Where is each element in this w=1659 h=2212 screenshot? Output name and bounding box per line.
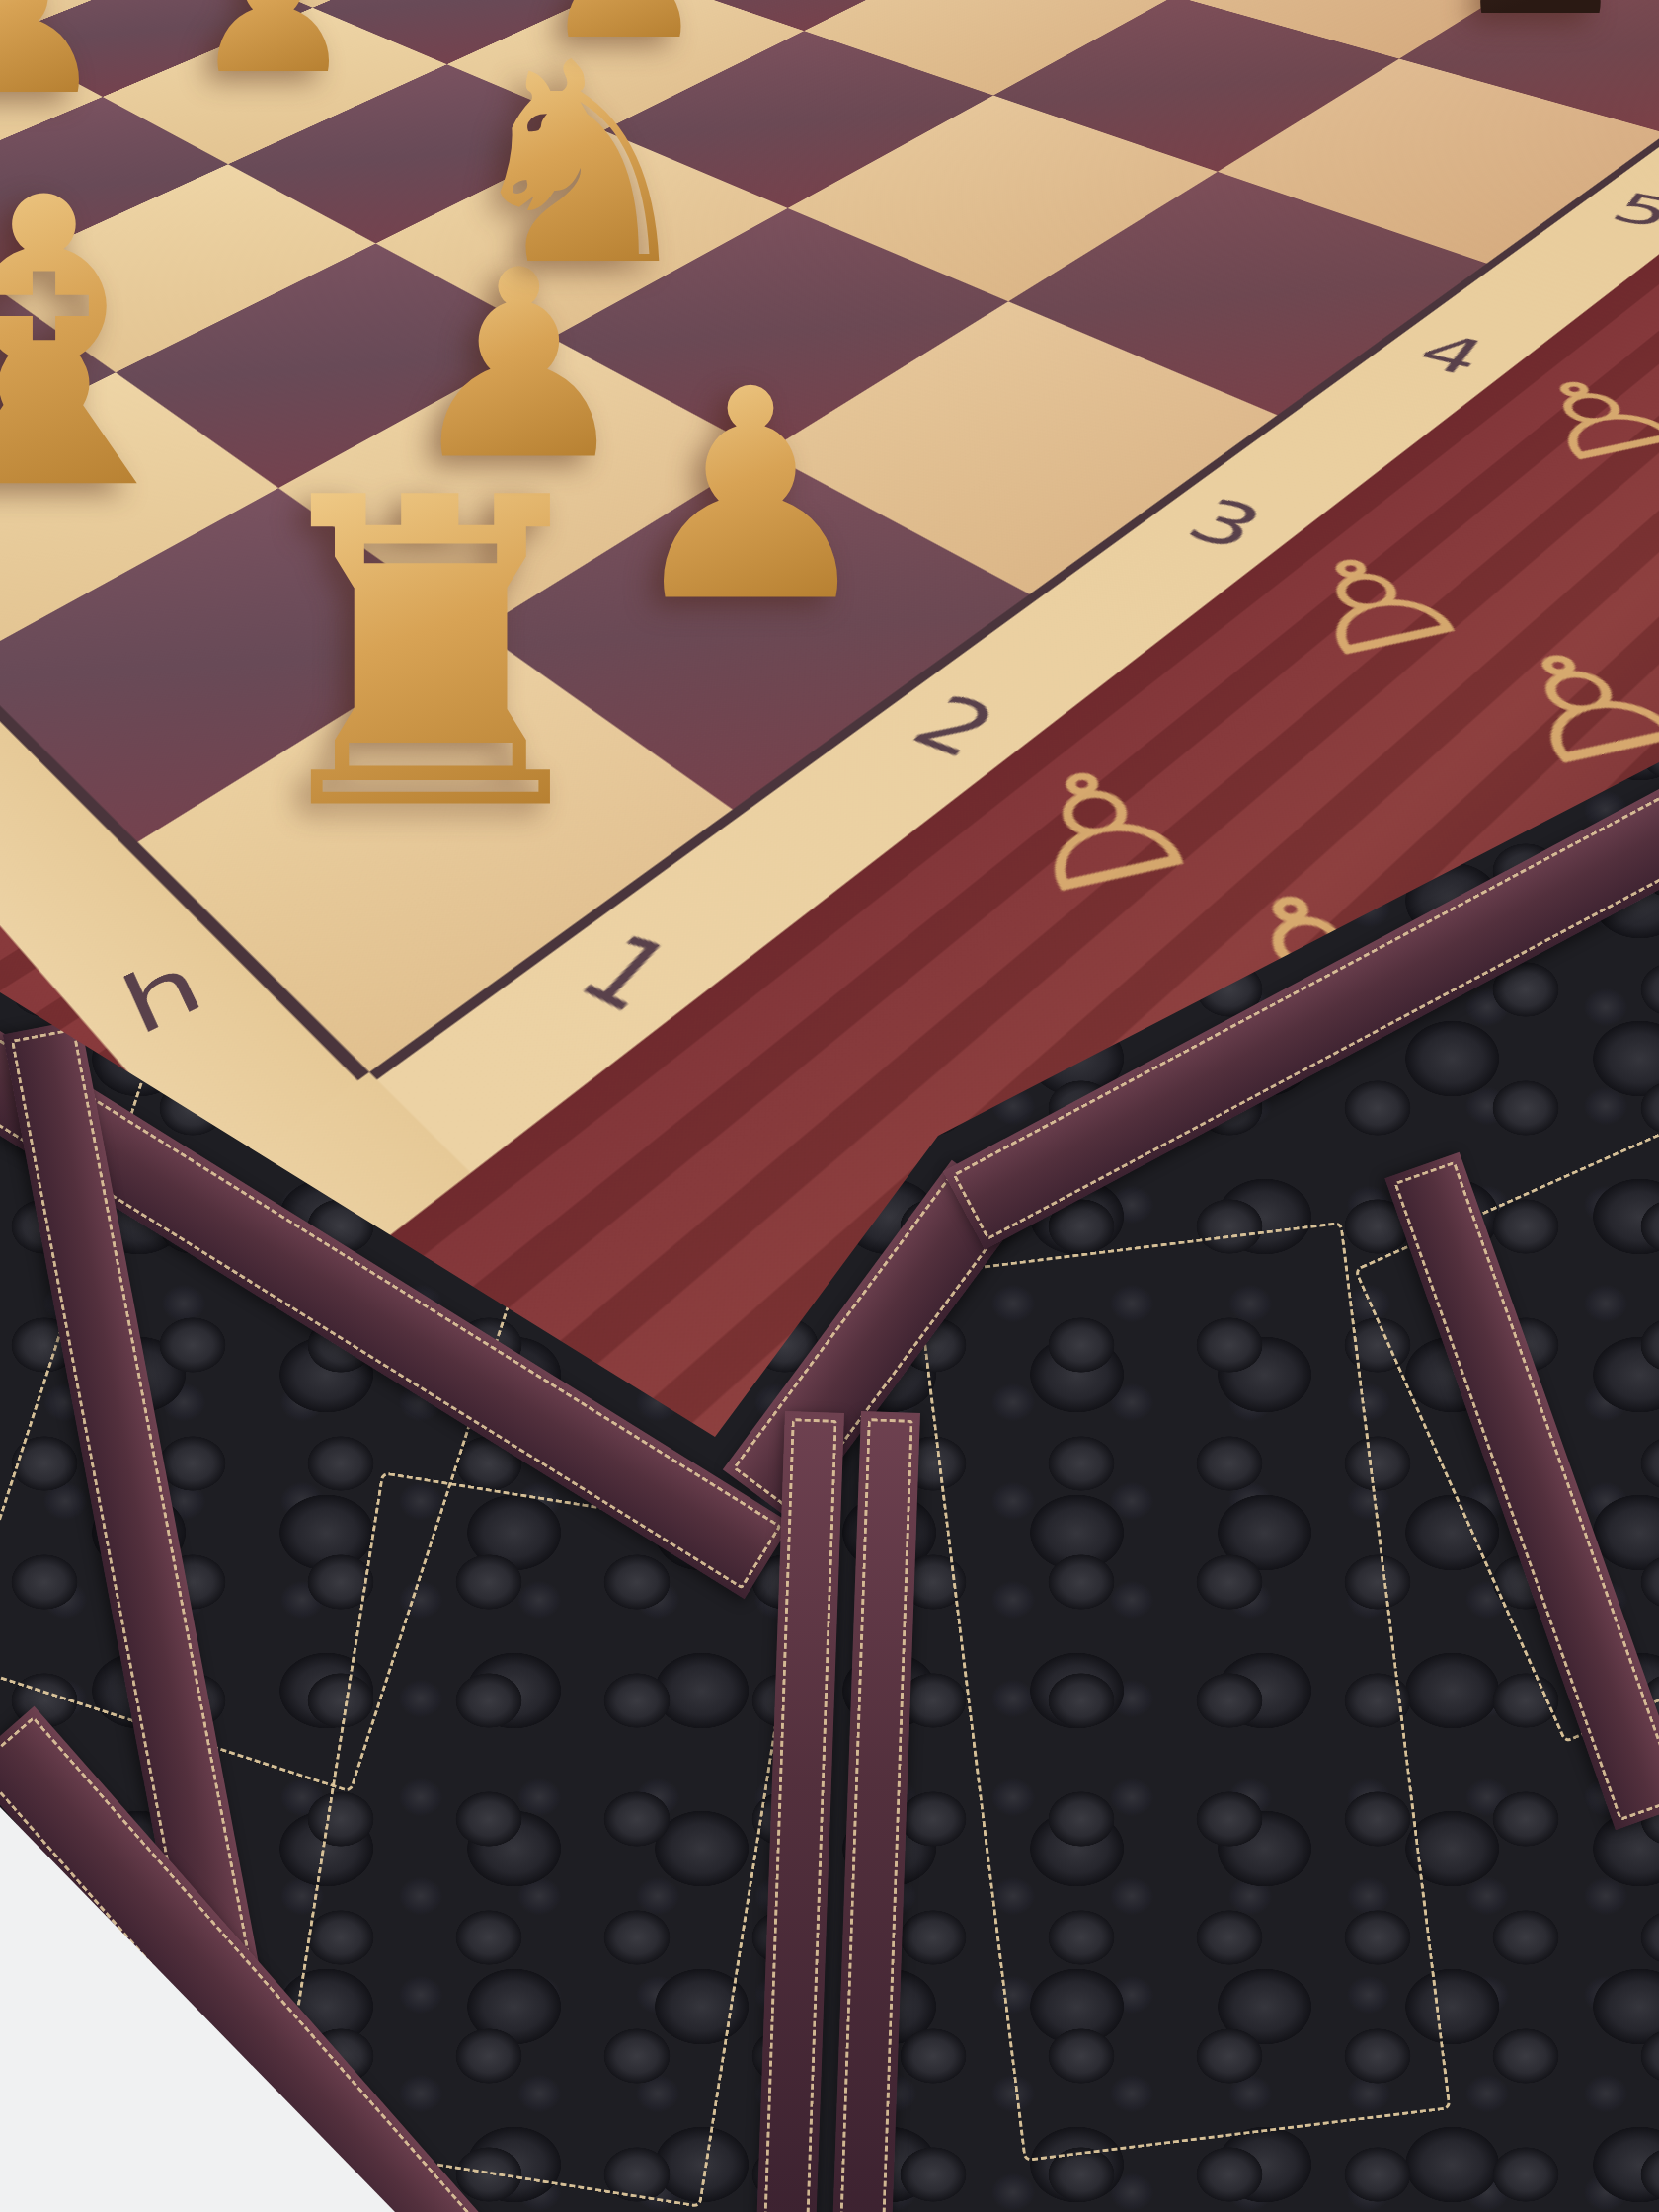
scene: abcdefgh 87654321 ♙♘♙♙♙♙♗♙♙♙♙♙♙♙ ♜♟♟♞♝♟♟… bbox=[0, 0, 1659, 2212]
